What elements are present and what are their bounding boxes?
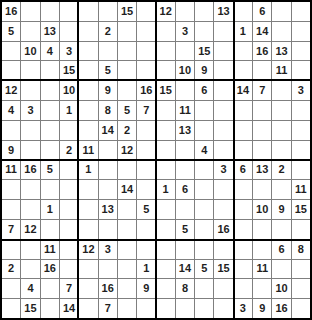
cell-r10c12[interactable] bbox=[214, 180, 232, 199]
cell-r11c8: 5 bbox=[137, 200, 155, 219]
cell-r14c1: 2 bbox=[2, 260, 20, 279]
cell-r5c16: 3 bbox=[292, 81, 310, 100]
cell-r7c16[interactable] bbox=[292, 121, 310, 140]
cell-r2c4[interactable] bbox=[60, 22, 78, 41]
cell-r5c4: 10 bbox=[60, 81, 78, 100]
cell-r14c2[interactable] bbox=[21, 260, 39, 279]
cell-r7c6: 14 bbox=[99, 121, 117, 140]
cell-r6c9[interactable] bbox=[157, 101, 175, 120]
cell-r9c11[interactable] bbox=[195, 161, 213, 180]
cell-r2c1: 5 bbox=[2, 22, 20, 41]
cell-r3c2: 10 bbox=[21, 42, 39, 61]
cell-r6c6: 8 bbox=[99, 101, 117, 120]
cell-r1c13[interactable] bbox=[234, 2, 252, 21]
cell-r11c2[interactable] bbox=[21, 200, 39, 219]
cell-r15c5[interactable] bbox=[79, 279, 97, 298]
sudoku-board-area: 1615121365132311410431516131551091112109… bbox=[0, 0, 312, 320]
cell-r8c9[interactable] bbox=[157, 141, 175, 160]
cell-r8c14[interactable] bbox=[253, 141, 271, 160]
cell-r16c16[interactable] bbox=[292, 299, 310, 318]
cell-r10c7: 14 bbox=[118, 180, 136, 199]
cell-r9c8[interactable] bbox=[137, 161, 155, 180]
cell-r6c12[interactable] bbox=[214, 101, 232, 120]
cell-r2c5[interactable] bbox=[79, 22, 97, 41]
cell-r12c12: 16 bbox=[214, 220, 232, 239]
cell-r7c10: 13 bbox=[176, 121, 194, 140]
cell-r1c5[interactable] bbox=[79, 2, 97, 21]
cell-r5c13: 14 bbox=[234, 81, 252, 100]
cell-r12c11[interactable] bbox=[195, 220, 213, 239]
cell-r1c14: 6 bbox=[253, 2, 271, 21]
cell-r6c2: 3 bbox=[21, 101, 39, 120]
cell-r13c10[interactable] bbox=[176, 240, 194, 259]
cell-r4c11: 9 bbox=[195, 61, 213, 80]
cell-r16c13: 3 bbox=[234, 299, 252, 318]
cell-r6c4: 1 bbox=[60, 101, 78, 120]
cell-r13c1[interactable] bbox=[2, 240, 20, 259]
cell-r11c9[interactable] bbox=[157, 200, 175, 219]
cell-r14c14: 11 bbox=[253, 260, 271, 279]
cell-r16c2: 15 bbox=[21, 299, 39, 318]
cell-r9c13: 6 bbox=[234, 161, 252, 180]
cell-r7c4[interactable] bbox=[60, 121, 78, 140]
cell-r6c5[interactable] bbox=[79, 101, 97, 120]
cell-r16c10[interactable] bbox=[176, 299, 194, 318]
cell-r8c1: 9 bbox=[2, 141, 20, 160]
cell-r10c9: 1 bbox=[157, 180, 175, 199]
cell-r14c12: 15 bbox=[214, 260, 232, 279]
cell-r6c8: 7 bbox=[137, 101, 155, 120]
cell-r16c5[interactable] bbox=[79, 299, 97, 318]
cell-r15c2: 4 bbox=[21, 279, 39, 298]
cell-r2c15[interactable] bbox=[272, 22, 290, 41]
cell-r6c13[interactable] bbox=[234, 101, 252, 120]
cell-r7c2[interactable] bbox=[21, 121, 39, 140]
cell-r9c3: 5 bbox=[41, 161, 59, 180]
cell-r8c13[interactable] bbox=[234, 141, 252, 160]
cell-r5c3[interactable] bbox=[41, 81, 59, 100]
cell-r3c16[interactable] bbox=[292, 42, 310, 61]
cell-r16c8[interactable] bbox=[137, 299, 155, 318]
cell-r4c7[interactable] bbox=[118, 61, 136, 80]
cell-r16c7[interactable] bbox=[118, 299, 136, 318]
sudoku-board: 1615121365132311410431516131551091112109… bbox=[0, 0, 312, 320]
cell-r1c16[interactable] bbox=[292, 2, 310, 21]
cell-r1c9: 12 bbox=[157, 2, 175, 21]
cell-r16c15: 16 bbox=[272, 299, 290, 318]
cell-r11c15: 9 bbox=[272, 200, 290, 219]
cell-r13c7[interactable] bbox=[118, 240, 136, 259]
cell-r11c3: 1 bbox=[41, 200, 59, 219]
cell-r1c10[interactable] bbox=[176, 2, 194, 21]
cell-r2c6: 2 bbox=[99, 22, 117, 41]
cell-r15c14[interactable] bbox=[253, 279, 271, 298]
cell-r10c1[interactable] bbox=[2, 180, 20, 199]
cell-r14c4[interactable] bbox=[60, 260, 78, 279]
cell-r5c2[interactable] bbox=[21, 81, 39, 100]
cell-r11c14: 10 bbox=[253, 200, 271, 219]
cell-r1c8[interactable] bbox=[137, 2, 155, 21]
cell-r3c3: 4 bbox=[41, 42, 59, 61]
cell-r13c6: 3 bbox=[99, 240, 117, 259]
cell-r14c11: 5 bbox=[195, 260, 213, 279]
cell-r12c9[interactable] bbox=[157, 220, 175, 239]
cell-r15c13[interactable] bbox=[234, 279, 252, 298]
cell-r3c10[interactable] bbox=[176, 42, 194, 61]
cell-r4c5[interactable] bbox=[79, 61, 97, 80]
cell-r14c16[interactable] bbox=[292, 260, 310, 279]
cell-r12c14[interactable] bbox=[253, 220, 271, 239]
cell-r8c6[interactable] bbox=[99, 141, 117, 160]
cell-r4c8[interactable] bbox=[137, 61, 155, 80]
cell-r16c1[interactable] bbox=[2, 299, 20, 318]
cell-r16c11[interactable] bbox=[195, 299, 213, 318]
cell-r8c15[interactable] bbox=[272, 141, 290, 160]
cell-r1c7: 15 bbox=[118, 2, 136, 21]
cell-r12c5[interactable] bbox=[79, 220, 97, 239]
cell-r5c8: 16 bbox=[137, 81, 155, 100]
cell-r13c9[interactable] bbox=[157, 240, 175, 259]
cell-r3c1[interactable] bbox=[2, 42, 20, 61]
cell-r4c1[interactable] bbox=[2, 61, 20, 80]
cell-r12c7[interactable] bbox=[118, 220, 136, 239]
cell-r16c12[interactable] bbox=[214, 299, 232, 318]
cell-r9c9[interactable] bbox=[157, 161, 175, 180]
cell-r3c5[interactable] bbox=[79, 42, 97, 61]
cell-r2c14: 14 bbox=[253, 22, 271, 41]
cell-r9c2: 16 bbox=[21, 161, 39, 180]
cell-r3c14: 16 bbox=[253, 42, 271, 61]
cell-r2c13: 1 bbox=[234, 22, 252, 41]
cell-r15c4: 7 bbox=[60, 279, 78, 298]
cell-r10c11[interactable] bbox=[195, 180, 213, 199]
cell-r10c2[interactable] bbox=[21, 180, 39, 199]
cell-r13c13[interactable] bbox=[234, 240, 252, 259]
cell-r13c11[interactable] bbox=[195, 240, 213, 259]
cell-r10c5[interactable] bbox=[79, 180, 97, 199]
cell-r8c10[interactable] bbox=[176, 141, 194, 160]
cell-r6c11[interactable] bbox=[195, 101, 213, 120]
cell-r8c4: 2 bbox=[60, 141, 78, 160]
cell-r2c11[interactable] bbox=[195, 22, 213, 41]
cell-r12c8[interactable] bbox=[137, 220, 155, 239]
cell-r3c9[interactable] bbox=[157, 42, 175, 61]
cell-r4c9[interactable] bbox=[157, 61, 175, 80]
cell-r1c2[interactable] bbox=[21, 2, 39, 21]
cell-r8c5: 11 bbox=[79, 141, 97, 160]
cell-r12c1: 7 bbox=[2, 220, 20, 239]
cell-r7c1[interactable] bbox=[2, 121, 20, 140]
cell-r2c3: 13 bbox=[41, 22, 59, 41]
cell-r3c12[interactable] bbox=[214, 42, 232, 61]
cell-r9c6[interactable] bbox=[99, 161, 117, 180]
cell-r11c1[interactable] bbox=[2, 200, 20, 219]
cell-r1c12: 13 bbox=[214, 2, 232, 21]
cell-r12c3[interactable] bbox=[41, 220, 59, 239]
cell-r14c3: 16 bbox=[41, 260, 59, 279]
cell-r9c15: 2 bbox=[272, 161, 290, 180]
cell-r16c9[interactable] bbox=[157, 299, 175, 318]
cell-r7c15[interactable] bbox=[272, 121, 290, 140]
cell-r15c1[interactable] bbox=[2, 279, 20, 298]
cell-r4c12[interactable] bbox=[214, 61, 232, 80]
cell-r13c8[interactable] bbox=[137, 240, 155, 259]
cell-r4c3[interactable] bbox=[41, 61, 59, 80]
cell-r7c13[interactable] bbox=[234, 121, 252, 140]
cell-r15c16[interactable] bbox=[292, 279, 310, 298]
cell-r13c4[interactable] bbox=[60, 240, 78, 259]
cell-r14c8: 1 bbox=[137, 260, 155, 279]
cell-r8c3[interactable] bbox=[41, 141, 59, 160]
cell-r8c8[interactable] bbox=[137, 141, 155, 160]
cell-r5c14: 7 bbox=[253, 81, 271, 100]
cell-r4c4: 15 bbox=[60, 61, 78, 80]
cell-r11c16: 15 bbox=[292, 200, 310, 219]
cell-r11c13[interactable] bbox=[234, 200, 252, 219]
cell-r1c3[interactable] bbox=[41, 2, 59, 21]
cell-r4c6: 5 bbox=[99, 61, 117, 80]
cell-r3c8[interactable] bbox=[137, 42, 155, 61]
cell-r12c10: 5 bbox=[176, 220, 194, 239]
cell-r1c6[interactable] bbox=[99, 2, 117, 21]
cell-r11c7[interactable] bbox=[118, 200, 136, 219]
cell-r14c9[interactable] bbox=[157, 260, 175, 279]
cell-r9c1: 11 bbox=[2, 161, 20, 180]
cell-r13c16: 8 bbox=[292, 240, 310, 259]
cell-r12c4[interactable] bbox=[60, 220, 78, 239]
cell-r15c11[interactable] bbox=[195, 279, 213, 298]
cell-r14c6[interactable] bbox=[99, 260, 117, 279]
cell-r7c3[interactable] bbox=[41, 121, 59, 140]
cell-r8c12[interactable] bbox=[214, 141, 232, 160]
cell-r6c16[interactable] bbox=[292, 101, 310, 120]
cell-r8c16[interactable] bbox=[292, 141, 310, 160]
cell-r12c15[interactable] bbox=[272, 220, 290, 239]
cell-r4c14[interactable] bbox=[253, 61, 271, 80]
cell-r1c4[interactable] bbox=[60, 2, 78, 21]
cell-r5c6: 9 bbox=[99, 81, 117, 100]
cell-r2c9[interactable] bbox=[157, 22, 175, 41]
cell-r11c6: 13 bbox=[99, 200, 117, 219]
cell-r11c10[interactable] bbox=[176, 200, 194, 219]
cell-r15c6: 16 bbox=[99, 279, 117, 298]
cell-r10c10: 6 bbox=[176, 180, 194, 199]
cell-r7c8[interactable] bbox=[137, 121, 155, 140]
cell-r7c9[interactable] bbox=[157, 121, 175, 140]
cell-r13c5: 12 bbox=[79, 240, 97, 259]
cell-r4c15: 11 bbox=[272, 61, 290, 80]
cell-r5c7[interactable] bbox=[118, 81, 136, 100]
cell-r11c5[interactable] bbox=[79, 200, 97, 219]
cell-r16c4: 14 bbox=[60, 299, 78, 318]
cell-r15c7[interactable] bbox=[118, 279, 136, 298]
cell-r2c8[interactable] bbox=[137, 22, 155, 41]
cell-r6c14[interactable] bbox=[253, 101, 271, 120]
cell-r10c6[interactable] bbox=[99, 180, 117, 199]
cell-r5c11: 6 bbox=[195, 81, 213, 100]
cell-r2c7[interactable] bbox=[118, 22, 136, 41]
cell-r11c11[interactable] bbox=[195, 200, 213, 219]
cell-r12c6[interactable] bbox=[99, 220, 117, 239]
cell-r10c8[interactable] bbox=[137, 180, 155, 199]
cell-r3c13[interactable] bbox=[234, 42, 252, 61]
cell-r3c7[interactable] bbox=[118, 42, 136, 61]
cell-r6c1: 4 bbox=[2, 101, 20, 120]
cell-r14c10: 14 bbox=[176, 260, 194, 279]
cell-r12c2: 12 bbox=[21, 220, 39, 239]
cell-r1c1: 16 bbox=[2, 2, 20, 21]
cell-r13c15: 6 bbox=[272, 240, 290, 259]
cell-r3c4: 3 bbox=[60, 42, 78, 61]
cell-r11c4[interactable] bbox=[60, 200, 78, 219]
cell-r15c12[interactable] bbox=[214, 279, 232, 298]
cell-r15c3[interactable] bbox=[41, 279, 59, 298]
cell-r7c5[interactable] bbox=[79, 121, 97, 140]
cell-r15c15: 10 bbox=[272, 279, 290, 298]
cell-r6c15[interactable] bbox=[272, 101, 290, 120]
cell-r1c15[interactable] bbox=[272, 2, 290, 21]
cell-r10c16: 11 bbox=[292, 180, 310, 199]
cell-r16c6: 7 bbox=[99, 299, 117, 318]
cell-r6c7: 5 bbox=[118, 101, 136, 120]
cell-r3c6[interactable] bbox=[99, 42, 117, 61]
cell-r4c2[interactable] bbox=[21, 61, 39, 80]
cell-r10c13[interactable] bbox=[234, 180, 252, 199]
cell-r4c13[interactable] bbox=[234, 61, 252, 80]
cell-r9c16[interactable] bbox=[292, 161, 310, 180]
cell-r7c14[interactable] bbox=[253, 121, 271, 140]
cell-r10c4[interactable] bbox=[60, 180, 78, 199]
cell-r3c11: 15 bbox=[195, 42, 213, 61]
cell-r12c13[interactable] bbox=[234, 220, 252, 239]
cell-r1c11[interactable] bbox=[195, 2, 213, 21]
cell-r6c3[interactable] bbox=[41, 101, 59, 120]
cell-r2c10: 3 bbox=[176, 22, 194, 41]
cell-r10c14[interactable] bbox=[253, 180, 271, 199]
cell-r9c4[interactable] bbox=[60, 161, 78, 180]
cell-r14c7[interactable] bbox=[118, 260, 136, 279]
cell-r9c10[interactable] bbox=[176, 161, 194, 180]
cell-r9c7[interactable] bbox=[118, 161, 136, 180]
cell-r13c3: 11 bbox=[41, 240, 59, 259]
cell-r13c12[interactable] bbox=[214, 240, 232, 259]
cell-r16c3[interactable] bbox=[41, 299, 59, 318]
cell-r13c14[interactable] bbox=[253, 240, 271, 259]
cell-r7c7: 2 bbox=[118, 121, 136, 140]
cell-r7c11[interactable] bbox=[195, 121, 213, 140]
cell-r12c16[interactable] bbox=[292, 220, 310, 239]
cell-r2c16[interactable] bbox=[292, 22, 310, 41]
cell-r11c12[interactable] bbox=[214, 200, 232, 219]
cell-r5c1: 12 bbox=[2, 81, 20, 100]
cell-r8c11: 4 bbox=[195, 141, 213, 160]
cell-r13c2[interactable] bbox=[21, 240, 39, 259]
cell-r15c9[interactable] bbox=[157, 279, 175, 298]
cell-r8c2[interactable] bbox=[21, 141, 39, 160]
cell-r14c13[interactable] bbox=[234, 260, 252, 279]
cell-r5c10[interactable] bbox=[176, 81, 194, 100]
cell-r16c14: 9 bbox=[253, 299, 271, 318]
cell-r5c9: 15 bbox=[157, 81, 175, 100]
cell-r2c2[interactable] bbox=[21, 22, 39, 41]
cell-r7c12[interactable] bbox=[214, 121, 232, 140]
cell-r15c8: 9 bbox=[137, 279, 155, 298]
cell-r5c5[interactable] bbox=[79, 81, 97, 100]
cell-r2c12[interactable] bbox=[214, 22, 232, 41]
cell-r8c7: 12 bbox=[118, 141, 136, 160]
cell-r3c15: 13 bbox=[272, 42, 290, 61]
cell-r14c15[interactable] bbox=[272, 260, 290, 279]
cell-r9c14: 13 bbox=[253, 161, 271, 180]
cell-r14c5[interactable] bbox=[79, 260, 97, 279]
cell-r15c10: 8 bbox=[176, 279, 194, 298]
cell-r9c5: 1 bbox=[79, 161, 97, 180]
cell-r9c12: 3 bbox=[214, 161, 232, 180]
cell-r6c10: 11 bbox=[176, 101, 194, 120]
cell-r10c15[interactable] bbox=[272, 180, 290, 199]
cell-r5c15[interactable] bbox=[272, 81, 290, 100]
cell-r5c12[interactable] bbox=[214, 81, 232, 100]
cell-r4c16[interactable] bbox=[292, 61, 310, 80]
cell-r4c10: 10 bbox=[176, 61, 194, 80]
cell-r10c3[interactable] bbox=[41, 180, 59, 199]
